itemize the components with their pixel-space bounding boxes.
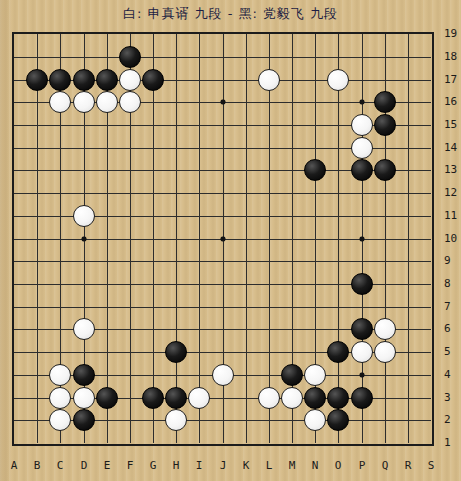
- stone-black-Q16[interactable]: [374, 91, 396, 113]
- stone-black-G3[interactable]: [142, 387, 164, 409]
- col-label-N: N: [312, 459, 319, 473]
- row-label-11: 11: [444, 209, 457, 223]
- stone-black-P3[interactable]: [351, 387, 373, 409]
- row-label-9: 9: [444, 254, 451, 268]
- stone-black-P13[interactable]: [351, 159, 373, 181]
- col-label-I: I: [196, 459, 203, 473]
- row-label-19: 19: [444, 27, 457, 41]
- row-label-16: 16: [444, 95, 457, 109]
- stone-white-F17[interactable]: [119, 69, 141, 91]
- star-point: [360, 100, 365, 105]
- star-point: [221, 237, 226, 242]
- stone-black-P6[interactable]: [351, 318, 373, 340]
- row-label-6: 6: [444, 322, 451, 336]
- stone-white-O17[interactable]: [327, 69, 349, 91]
- col-label-C: C: [57, 459, 64, 473]
- stone-white-D11[interactable]: [73, 205, 95, 227]
- stone-black-E17[interactable]: [96, 69, 118, 91]
- col-label-H: H: [173, 459, 180, 473]
- stone-white-H2[interactable]: [165, 409, 187, 431]
- row-label-14: 14: [444, 141, 457, 155]
- stone-white-C4[interactable]: [49, 364, 71, 386]
- stone-white-C16[interactable]: [49, 91, 71, 113]
- stone-black-F18[interactable]: [119, 46, 141, 68]
- stone-black-O3[interactable]: [327, 387, 349, 409]
- stone-black-P8[interactable]: [351, 273, 373, 295]
- stone-black-O2[interactable]: [327, 409, 349, 431]
- col-label-J: J: [220, 459, 227, 473]
- row-label-8: 8: [444, 277, 451, 291]
- stone-black-C17[interactable]: [49, 69, 71, 91]
- col-label-M: M: [289, 459, 296, 473]
- col-label-K: K: [243, 459, 250, 473]
- row-label-4: 4: [444, 368, 451, 382]
- row-label-2: 2: [444, 413, 451, 427]
- go-board[interactable]: ABCDEFGHIJKLMNOPQRS191817161514131211109…: [0, 0, 461, 481]
- col-label-D: D: [81, 459, 88, 473]
- stone-black-D17[interactable]: [73, 69, 95, 91]
- star-point: [360, 237, 365, 242]
- row-label-3: 3: [444, 391, 451, 405]
- row-label-17: 17: [444, 73, 457, 87]
- row-label-7: 7: [444, 300, 451, 314]
- star-point: [360, 373, 365, 378]
- stone-white-F16[interactable]: [119, 91, 141, 113]
- star-point: [82, 237, 87, 242]
- col-label-L: L: [266, 459, 273, 473]
- stone-black-E3[interactable]: [96, 387, 118, 409]
- stone-black-H3[interactable]: [165, 387, 187, 409]
- stone-white-D3[interactable]: [73, 387, 95, 409]
- stone-black-N3[interactable]: [304, 387, 326, 409]
- star-point: [221, 100, 226, 105]
- col-label-B: B: [34, 459, 41, 473]
- stone-white-P15[interactable]: [351, 114, 373, 136]
- stone-white-C3[interactable]: [49, 387, 71, 409]
- row-label-18: 18: [444, 50, 457, 64]
- stone-white-P5[interactable]: [351, 341, 373, 363]
- stone-white-P14[interactable]: [351, 137, 373, 159]
- col-label-E: E: [104, 459, 111, 473]
- col-label-F: F: [127, 459, 134, 473]
- row-label-15: 15: [444, 118, 457, 132]
- stone-white-Q5[interactable]: [374, 341, 396, 363]
- col-label-A: A: [11, 459, 18, 473]
- go-game-viewer: { "game": "go", "title": "白: 申真谞 九段 - 黑:…: [0, 0, 461, 481]
- row-label-10: 10: [444, 232, 457, 246]
- stone-black-N13[interactable]: [304, 159, 326, 181]
- stone-black-G17[interactable]: [142, 69, 164, 91]
- stone-white-Q6[interactable]: [374, 318, 396, 340]
- col-label-O: O: [335, 459, 342, 473]
- row-label-12: 12: [444, 186, 457, 200]
- stone-white-M3[interactable]: [281, 387, 303, 409]
- stone-white-C2[interactable]: [49, 409, 71, 431]
- stone-black-D2[interactable]: [73, 409, 95, 431]
- stone-white-N2[interactable]: [304, 409, 326, 431]
- stone-black-Q15[interactable]: [374, 114, 396, 136]
- stone-white-D16[interactable]: [73, 91, 95, 113]
- stone-white-I3[interactable]: [188, 387, 210, 409]
- col-label-P: P: [359, 459, 366, 473]
- stone-white-D6[interactable]: [73, 318, 95, 340]
- col-label-Q: Q: [382, 459, 389, 473]
- stone-white-L17[interactable]: [258, 69, 280, 91]
- stone-black-H5[interactable]: [165, 341, 187, 363]
- stone-black-Q13[interactable]: [374, 159, 396, 181]
- stone-white-J4[interactable]: [212, 364, 234, 386]
- stone-black-D4[interactable]: [73, 364, 95, 386]
- stone-black-B17[interactable]: [26, 69, 48, 91]
- stone-white-E16[interactable]: [96, 91, 118, 113]
- stone-white-N4[interactable]: [304, 364, 326, 386]
- stone-black-M4[interactable]: [281, 364, 303, 386]
- col-label-R: R: [405, 459, 412, 473]
- stone-black-O5[interactable]: [327, 341, 349, 363]
- stone-white-L3[interactable]: [258, 387, 280, 409]
- row-label-1: 1: [444, 436, 451, 450]
- row-label-5: 5: [444, 345, 451, 359]
- col-label-G: G: [150, 459, 157, 473]
- col-label-S: S: [428, 459, 435, 473]
- row-label-13: 13: [444, 163, 457, 177]
